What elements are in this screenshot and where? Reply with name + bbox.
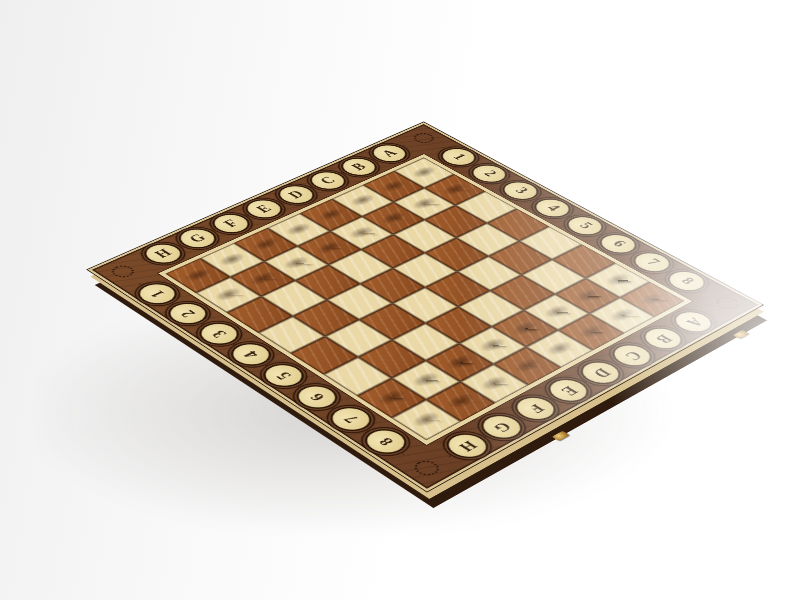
square-g4[interactable] bbox=[293, 300, 359, 337]
coordinate-label: F bbox=[523, 401, 547, 415]
coordinate-label: 5 bbox=[575, 221, 595, 231]
corner-ornament bbox=[107, 263, 138, 280]
coordinate-label: B bbox=[651, 332, 675, 346]
coordinate-label: D bbox=[588, 365, 613, 380]
corner-ornament bbox=[712, 295, 743, 312]
coordinate-label: H bbox=[454, 438, 481, 454]
chess-board: HGFEDCBAHGFEDCBA1234567812345678♜♞♝♛♚♝♞♜… bbox=[86, 122, 764, 493]
square-f4[interactable] bbox=[327, 284, 393, 320]
coordinate-label: 3 bbox=[208, 328, 230, 340]
brass-latch-icon bbox=[733, 330, 750, 339]
coordinate-label: 7 bbox=[339, 413, 362, 426]
coordinate-label: 2 bbox=[177, 308, 199, 319]
coordinate-label: 5 bbox=[272, 369, 295, 381]
coordinate-label: 6 bbox=[305, 391, 328, 404]
label-file-bottom-A: A bbox=[666, 307, 720, 337]
coordinate-label: 8 bbox=[374, 435, 397, 448]
camera-tilt: HGFEDCBAHGFEDCBA1234567812345678♜♞♝♛♚♝♞♜… bbox=[0, 0, 800, 600]
coordinate-label: 4 bbox=[240, 348, 263, 360]
corner-ornament bbox=[410, 458, 444, 479]
coordinate-label: C bbox=[620, 348, 645, 362]
square-h3[interactable] bbox=[226, 296, 292, 332]
coordinate-label: 3 bbox=[511, 186, 531, 196]
coordinate-label: G bbox=[488, 419, 515, 435]
coordinate-label: 4 bbox=[543, 203, 563, 213]
coordinate-label: 1 bbox=[146, 288, 168, 299]
coordinate-label: A bbox=[681, 315, 706, 329]
square-h4[interactable] bbox=[258, 316, 325, 353]
coordinate-label: E bbox=[556, 383, 581, 397]
label-file-bottom-C: C bbox=[604, 340, 659, 371]
scene-3d: HGFEDCBAHGFEDCBA1234567812345678♜♞♝♛♚♝♞♜… bbox=[0, 0, 800, 600]
brass-hinge-icon bbox=[552, 431, 570, 441]
product-photo: HGFEDCBAHGFEDCBA1234567812345678♜♞♝♛♚♝♞♜… bbox=[0, 0, 800, 600]
